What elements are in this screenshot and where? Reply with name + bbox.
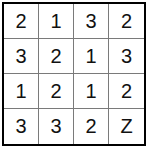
grid-cell-r1c3: 3 (74, 4, 109, 39)
grid-cell-r4c2: 3 (39, 109, 74, 144)
grid-cell-r2c4: 3 (109, 39, 144, 74)
grid-cell-r1c2: 1 (39, 4, 74, 39)
puzzle-grid: 213232131212332Z (2, 2, 146, 146)
grid-cell-r4c3: 2 (74, 109, 109, 144)
grid-cell-r4c4: Z (109, 109, 144, 144)
grid-cell-r3c4: 2 (109, 74, 144, 109)
grid-cell-r3c3: 1 (74, 74, 109, 109)
grid-cell-r4c1: 3 (4, 109, 39, 144)
grid-cell-r3c1: 1 (4, 74, 39, 109)
grid-cell-r1c1: 2 (4, 4, 39, 39)
grid-cell-r2c3: 1 (74, 39, 109, 74)
grid-cell-r2c2: 2 (39, 39, 74, 74)
grid-cell-r2c1: 3 (4, 39, 39, 74)
grid-cell-r1c4: 2 (109, 4, 144, 39)
grid-cell-r3c2: 2 (39, 74, 74, 109)
